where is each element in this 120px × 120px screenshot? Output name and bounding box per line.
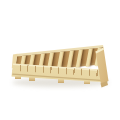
- rack-foot: [15, 76, 21, 79]
- product-photo: [0, 0, 120, 120]
- rack-foot: [29, 77, 35, 80]
- rack-foot: [58, 79, 64, 82]
- rack-foot: [84, 81, 90, 84]
